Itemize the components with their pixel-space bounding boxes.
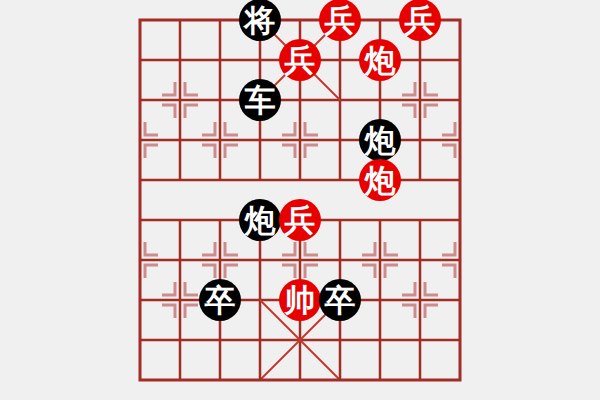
- red-cannon-piece[interactable]: 炮: [359, 159, 401, 201]
- red-soldier-piece[interactable]: 兵: [319, 0, 361, 41]
- black-chariot-piece[interactable]: 车: [239, 79, 281, 121]
- black-general-piece[interactable]: 将: [239, 0, 281, 41]
- black-soldier-piece[interactable]: 卒: [199, 279, 241, 321]
- red-soldier-piece[interactable]: 兵: [279, 199, 321, 241]
- black-cannon-piece[interactable]: 炮: [359, 119, 401, 161]
- red-soldier-piece[interactable]: 兵: [279, 39, 321, 81]
- red-soldier-piece[interactable]: 兵: [399, 0, 441, 41]
- pieces-layer: 将兵兵兵炮车炮炮炮兵卒帅卒: [0, 0, 600, 400]
- red-cannon-piece[interactable]: 炮: [359, 39, 401, 81]
- red-general-piece[interactable]: 帅: [279, 279, 321, 321]
- black-cannon-piece[interactable]: 炮: [239, 199, 281, 241]
- black-soldier-piece[interactable]: 卒: [319, 279, 361, 321]
- xiangqi-board: 将兵兵兵炮车炮炮炮兵卒帅卒: [0, 0, 600, 400]
